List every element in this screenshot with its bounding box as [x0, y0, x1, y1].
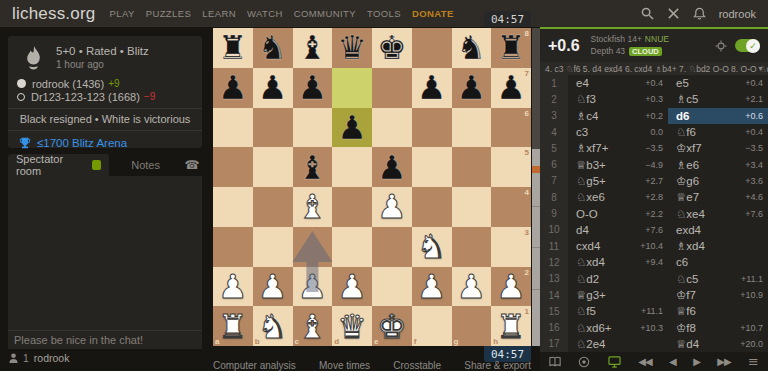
piece-white-knight: ♞ [253, 306, 293, 346]
move-row: 2♘f3+0.3♗c5+2.1 [540, 91, 768, 107]
move-number: 4 [540, 124, 568, 140]
move-row: 6♕b3+−4.9♗e6+3.4 [540, 156, 768, 172]
black-move-10[interactable]: exd4 [668, 222, 768, 238]
move-eval: 0.0 [650, 127, 663, 137]
move-row: 16♘xd6++10.3♔f8+10.7 [540, 319, 768, 335]
move-list: 1e4+0.4e5+0.42♘f3+0.3♗c5+2.13♗c4+0.2d6+0… [540, 75, 768, 352]
game-meta-panel: 5+0 • Rated • Blitz 1 hour ago rodrook (… [8, 36, 202, 148]
username[interactable]: rodrook [719, 8, 756, 20]
tournament-link[interactable]: ≤1700 Blitz Arena [19, 137, 193, 149]
square-a1[interactable]: ♜a [213, 306, 253, 346]
square-a4[interactable] [213, 187, 253, 227]
move-number: 7 [540, 173, 568, 189]
tab-notes-label: Notes [131, 159, 160, 171]
game-result: Black resigned • White is victorious [17, 113, 193, 125]
piece-white-rook: ♜ [213, 306, 253, 346]
footer-tab-share-export[interactable]: Share & export [464, 360, 531, 371]
white-move-6[interactable]: ♕b3+−4.9 [568, 156, 668, 172]
move-eval: −3.5 [645, 143, 663, 153]
square-d8[interactable]: ♛ [332, 28, 372, 68]
engine-best-line[interactable]: 4. c3 ♘f6 5. d4 exd4 6. cxd4 ♗b4+ 7. ♘bd… [540, 62, 768, 75]
piece-white-bishop: ♝ [293, 306, 333, 346]
move-eval: +11.1 [741, 274, 763, 284]
piece-white-king: ♚ [372, 306, 412, 346]
move-san: ♕e7 [676, 190, 699, 204]
square-g3[interactable] [452, 227, 492, 267]
coord-rank-8: 8 [525, 29, 529, 38]
piece-black-pawn: ♟ [253, 68, 293, 108]
move-row: 8♘xe6+2.8♕e7+4.6 [540, 189, 768, 205]
piece-black-knight: ♞ [452, 28, 492, 68]
move-number: 3 [540, 108, 568, 124]
eval-gauge [532, 28, 540, 346]
clock-black: 04:57 [484, 11, 531, 27]
square-g2[interactable]: ♟ [452, 267, 492, 307]
go-next-icon[interactable]: ▶ [693, 356, 700, 367]
gauge-line [532, 289, 540, 290]
move-eval: +0.4 [745, 78, 763, 88]
white-move-15[interactable]: ♘f5+11.1 [568, 303, 668, 319]
piece-black-pawn: ♟ [491, 68, 531, 108]
square-e7[interactable] [372, 68, 412, 108]
move-row: 15♘f5+11.1♕f6 [540, 303, 768, 319]
move-san: cxd4 [576, 240, 600, 252]
coord-rank-3: 3 [525, 228, 529, 237]
move-row: 13♘d2♘c5+11.1 [540, 271, 768, 287]
square-d6[interactable]: ♟ [332, 108, 372, 148]
move-san: ♕g3+ [576, 288, 606, 302]
move-san: ♔xf7 [676, 141, 702, 155]
chat-members: 1 rodrook [9, 352, 69, 364]
blitz-flame-icon [25, 46, 42, 70]
square-f1[interactable]: f [412, 306, 452, 346]
square-b8[interactable]: ♞ [253, 28, 293, 68]
square-g4[interactable] [452, 187, 492, 227]
go-first-icon[interactable]: ◀◀ [638, 356, 651, 367]
nav-donate[interactable]: DONATE [412, 8, 454, 19]
white-move-7[interactable]: ♘g5++2.7 [568, 173, 668, 189]
player-list: rodrook (1436)+9Dr123-123-123 (1668)−9 [17, 77, 193, 103]
game-time-ago: 1 hour ago [56, 59, 149, 70]
piece-white-knight: ♞ [412, 227, 452, 267]
black-move-9[interactable]: ♘xe4+7.6 [668, 205, 768, 221]
coord-file-f: f [414, 337, 417, 346]
move-number: 11 [540, 238, 568, 254]
chat-toggle[interactable] [92, 160, 101, 170]
square-f6[interactable] [412, 108, 452, 148]
divider [8, 130, 202, 131]
black-move-8[interactable]: ♕e7+4.6 [668, 189, 768, 205]
move-san: d6 [676, 110, 689, 122]
black-move-1[interactable]: e5+0.4 [668, 75, 768, 91]
white-move-11[interactable]: cxd4+10.4 [568, 238, 668, 254]
move-san: e4 [576, 77, 589, 89]
engine-toggle[interactable]: ✓ [735, 39, 760, 52]
best-line-moves: 4. c3 ♘f6 5. d4 exd4 6. cxd4 ♗b4+ 7. ♘bd… [545, 64, 768, 74]
white-move-13[interactable]: ♘d2 [568, 271, 668, 287]
move-eval: +2.1 [745, 94, 763, 104]
move-number: 10 [540, 222, 568, 238]
nav-play[interactable]: PLAY [109, 8, 134, 19]
piece-black-king: ♚ [372, 28, 412, 68]
black-move-14[interactable]: ♔f7+10.9 [668, 287, 768, 303]
piece-white-pawn: ♟ [332, 267, 372, 307]
white-move-8[interactable]: ♘xe6+2.8 [568, 189, 668, 205]
coord-file-h: h [493, 337, 498, 346]
gauge-line [532, 247, 540, 248]
move-san: ♘xd6+ [576, 321, 612, 335]
move-number: 8 [540, 189, 568, 205]
piece-black-rook: ♜ [213, 28, 253, 68]
move-row: 12♘xd4+9.4c6 [540, 254, 768, 270]
move-san: ♔f7 [676, 288, 696, 302]
move-eval: +7.6 [645, 225, 663, 235]
white-move-4[interactable]: c30.0 [568, 124, 668, 140]
piece-black-queen: ♛ [332, 28, 372, 68]
piece-white-rook: ♜ [491, 306, 531, 346]
square-b4[interactable] [253, 187, 293, 227]
square-h8[interactable]: ♜8 [491, 28, 531, 68]
square-h2[interactable]: ♟2 [491, 267, 531, 307]
square-a7[interactable]: ♟ [213, 68, 253, 108]
piece-white-bishop: ♝ [293, 187, 333, 227]
move-eval: +4.6 [745, 192, 763, 202]
move-eval: +0.2 [645, 111, 663, 121]
bell-icon[interactable] [693, 7, 706, 20]
player-name: rodrook (1436) [32, 78, 104, 90]
move-san: ♘f3 [576, 92, 596, 106]
divider [8, 108, 202, 109]
engine-header: +0.6 Stockfish 14+NNUE Depth 43CLOUD ✓ [540, 29, 768, 62]
eval-gauge-zero-tick [532, 166, 540, 173]
move-san: ♗e6 [676, 158, 699, 172]
move-eval: +0.4 [745, 127, 763, 137]
white-piece-color-icon [17, 79, 26, 88]
coord-file-b: b [255, 337, 260, 346]
move-row: 5♗xf7+−3.5♔xf7−3.5 [540, 140, 768, 156]
square-e3[interactable] [372, 227, 412, 267]
footer-tab-move-times[interactable]: Move times [319, 360, 370, 371]
move-eval: +11.1 [641, 306, 663, 316]
move-san: e5 [676, 77, 689, 89]
coord-file-e: e [374, 337, 378, 346]
square-g8[interactable]: ♞ [452, 28, 492, 68]
tournament-name: ≤1700 Blitz Arena [37, 137, 127, 149]
move-eval: +10.9 [740, 290, 763, 300]
square-h5[interactable]: 5 [491, 147, 531, 187]
move-row: 10d4+7.6exd4 [540, 222, 768, 238]
eval-value: +0.6 [548, 37, 580, 55]
tab-spectator-label: Spectator room [16, 153, 85, 177]
black-piece-color-icon [17, 93, 25, 101]
engine-name: Stockfish 14+ [591, 34, 642, 44]
move-number: 5 [540, 140, 568, 156]
black-move-11[interactable]: ♗xd4 [668, 238, 768, 254]
black-move-13[interactable]: ♘c5+11.1 [668, 271, 768, 287]
analysis-panel: +0.6 Stockfish 14+NNUE Depth 43CLOUD ✓ 4… [540, 27, 768, 371]
black-move-17[interactable]: ♕d4+20.0 [668, 336, 768, 352]
move-eval: +2.8 [645, 192, 663, 202]
white-move-12[interactable]: ♘xd4+9.4 [568, 254, 668, 270]
close-icon[interactable] [667, 7, 680, 20]
piece-black-pawn: ♟ [213, 68, 253, 108]
gauge-circle-icon[interactable] [578, 356, 590, 368]
move-row: 11cxd4+10.4♗xd4 [540, 238, 768, 254]
footer-tab-computer-analysis[interactable]: Computer analysis [213, 360, 296, 371]
square-f5[interactable] [412, 147, 452, 187]
black-move-12[interactable]: c6 [668, 254, 768, 270]
square-c1[interactable]: ♝c [293, 306, 333, 346]
coord-rank-6: 6 [525, 109, 529, 118]
black-move-3[interactable]: d6+0.6 [668, 108, 768, 124]
tab-notes[interactable]: Notes [109, 154, 182, 176]
move-number: 12 [540, 254, 568, 270]
move-san: O-O [576, 208, 598, 220]
piece-white-pawn: ♟ [372, 187, 412, 227]
lichess-logo[interactable]: lichess.org [12, 4, 95, 24]
square-c5[interactable]: ♝ [293, 147, 333, 187]
move-san: ♘xd4 [576, 255, 605, 269]
chat-input[interactable] [8, 330, 202, 349]
square-h4[interactable]: 4 [491, 187, 531, 227]
move-san: ♘xe4 [676, 207, 705, 221]
piece-black-bishop: ♝ [293, 147, 333, 187]
square-a3[interactable] [213, 227, 253, 267]
practice-target-icon[interactable] [715, 40, 727, 52]
nav-community[interactable]: COMMUNITY [294, 8, 356, 19]
user-icon [9, 353, 18, 363]
white-move-9[interactable]: O-O+2.2 [568, 205, 668, 221]
square-c6[interactable] [293, 108, 333, 148]
black-move-4[interactable]: ♘f6+0.4 [668, 124, 768, 140]
opening-book-icon[interactable] [549, 356, 561, 367]
square-c8[interactable]: ♝ [293, 28, 333, 68]
white-move-17[interactable]: ♘2e4 [568, 336, 668, 352]
search-icon[interactable] [641, 7, 654, 20]
nav-learn[interactable]: LEARN [202, 8, 236, 19]
square-d5[interactable] [332, 147, 372, 187]
move-eval: −3.5 [745, 143, 763, 153]
square-f2[interactable]: ♟ [412, 267, 452, 307]
move-san: ♔f8 [676, 321, 696, 335]
toggle-check-icon: ✓ [746, 39, 760, 53]
move-san: ♘f5 [576, 304, 596, 318]
chat-tabs: Spectator room Notes ☎ [8, 154, 202, 176]
square-c2[interactable]: ♟ [293, 267, 333, 307]
move-eval: +9.4 [645, 257, 663, 267]
move-san: ♕f6 [676, 304, 696, 318]
phone-icon[interactable]: ☎ [182, 154, 202, 176]
chat-messages [8, 176, 202, 330]
move-san: c6 [676, 256, 688, 268]
move-eval: +10.4 [640, 241, 663, 251]
player-name: Dr123-123-123 (1668) [31, 91, 140, 103]
coord-rank-7: 7 [525, 69, 529, 78]
move-san: ♘c5 [676, 272, 698, 286]
square-a2[interactable]: ♟ [213, 267, 253, 307]
square-d2[interactable]: ♟ [332, 267, 372, 307]
square-g1[interactable]: g [452, 306, 492, 346]
top-nav: lichess.org PLAYPUZZLESLEARNWATCHCOMMUNI… [0, 0, 768, 27]
move-san: ♘g5+ [576, 174, 606, 188]
board-footer-tabs: Computer analysisMove timesCrosstableSha… [213, 360, 531, 371]
move-number: 1 [540, 75, 568, 91]
black-move-16[interactable]: ♔f8+10.7 [668, 319, 768, 335]
square-d1[interactable]: ♛d [332, 306, 372, 346]
white-move-10[interactable]: d4+7.6 [568, 222, 668, 238]
square-g7[interactable]: ♟ [452, 68, 492, 108]
action-menu-icon[interactable]: ≡ [748, 354, 759, 369]
black-move-6[interactable]: ♗e6+3.4 [668, 156, 768, 172]
square-d3[interactable] [332, 227, 372, 267]
piece-white-queen: ♛ [332, 306, 372, 346]
lichess-app: lichess.org PLAYPUZZLESLEARNWATCHCOMMUNI… [0, 0, 768, 371]
coord-file-c: c [295, 337, 299, 346]
player-white[interactable]: rodrook (1436)+9 [17, 77, 193, 90]
square-a6[interactable] [213, 108, 253, 148]
move-eval: +10.3 [640, 323, 663, 333]
white-move-5[interactable]: ♗xf7+−3.5 [568, 140, 668, 156]
move-san: ♗xd4 [676, 239, 705, 253]
move-row: 7♘g5++2.7♔g6+3.6 [540, 173, 768, 189]
move-san: ♕b3+ [576, 158, 606, 172]
analysis-controls: ◀◀ ◀ ▶ ▶▶ ≡ [540, 352, 768, 371]
piece-black-pawn: ♟ [452, 68, 492, 108]
square-e4[interactable]: ♟ [372, 187, 412, 227]
move-san: ♕d4 [676, 337, 699, 351]
square-f7[interactable]: ♟ [412, 68, 452, 108]
move-san: exd4 [676, 224, 701, 236]
square-f8[interactable] [412, 28, 452, 68]
piece-black-knight: ♞ [253, 28, 293, 68]
move-number: 15 [540, 303, 568, 319]
square-a5[interactable] [213, 147, 253, 187]
square-h7[interactable]: ♟7 [491, 68, 531, 108]
white-move-14[interactable]: ♕g3+ [568, 287, 668, 303]
move-eval: −4.9 [645, 160, 663, 170]
square-b6[interactable] [253, 108, 293, 148]
black-move-7[interactable]: ♔g6+3.6 [668, 173, 768, 189]
square-e6[interactable] [372, 108, 412, 148]
piece-white-pawn: ♟ [491, 267, 531, 307]
square-a8[interactable]: ♜ [213, 28, 253, 68]
piece-black-rook: ♜ [491, 28, 531, 68]
move-eval: +0.4 [645, 78, 663, 88]
nav-puzzles[interactable]: PUZZLES [146, 8, 192, 19]
coord-file-d: d [334, 337, 339, 346]
coord-rank-4: 4 [525, 188, 529, 197]
cloud-badge: CLOUD [629, 47, 662, 56]
move-san: ♗c4 [576, 109, 598, 123]
piece-white-pawn: ♟ [293, 267, 333, 307]
rating-delta: −9 [144, 91, 155, 102]
white-move-2[interactable]: ♘f3+0.3 [568, 91, 668, 107]
square-g5[interactable] [452, 147, 492, 187]
move-san: ♘d2 [576, 272, 599, 286]
square-b1[interactable]: ♞b [253, 306, 293, 346]
gauge-line [532, 206, 540, 207]
black-move-5[interactable]: ♔xf7−3.5 [668, 140, 768, 156]
game-setup: 5+0 • Rated • Blitz [56, 45, 149, 57]
black-move-15[interactable]: ♕f6 [668, 303, 768, 319]
square-f4[interactable] [412, 187, 452, 227]
move-row: 1e4+0.4e5+0.4 [540, 75, 768, 91]
move-san: c3 [576, 126, 588, 138]
go-last-icon[interactable]: ▶▶ [717, 356, 730, 367]
engine-depth: Depth 43 [591, 46, 626, 56]
move-number: 14 [540, 287, 568, 303]
square-b3[interactable] [253, 227, 293, 267]
move-san: ♔g6 [676, 174, 699, 188]
square-b7[interactable]: ♟ [253, 68, 293, 108]
square-c7[interactable]: ♟ [293, 68, 333, 108]
square-c4[interactable]: ♝ [293, 187, 333, 227]
computer-analysis-icon[interactable] [608, 356, 621, 368]
main-nav: PLAYPUZZLESLEARNWATCHCOMMUNITYTOOLSDONAT… [109, 8, 453, 19]
square-h6[interactable]: 6 [491, 108, 531, 148]
nav-watch[interactable]: WATCH [247, 8, 283, 19]
move-eval: +2.7 [645, 176, 663, 186]
move-eval: +3.6 [745, 176, 763, 186]
move-row: 9O-O+2.2♘xe4+7.6 [540, 205, 768, 221]
square-b5[interactable] [253, 147, 293, 187]
square-d7[interactable] [332, 68, 372, 108]
square-h1[interactable]: ♜1h [491, 306, 531, 346]
piece-black-bishop: ♝ [293, 28, 333, 68]
square-h3[interactable]: 3 [491, 227, 531, 267]
coord-file-a: a [215, 337, 219, 346]
eval-gauge-black-part [532, 28, 540, 149]
square-e2[interactable] [372, 267, 412, 307]
player-black[interactable]: Dr123-123-123 (1668)−9 [17, 90, 193, 103]
square-b2[interactable]: ♟ [253, 267, 293, 307]
trophy-icon [19, 137, 31, 149]
tab-spectator-room[interactable]: Spectator room [8, 154, 109, 176]
member-count: 1 [23, 352, 29, 364]
move-number: 9 [540, 205, 568, 221]
member-name[interactable]: rodrook [34, 352, 70, 364]
square-c3[interactable] [293, 227, 333, 267]
white-move-1[interactable]: e4+0.4 [568, 75, 668, 91]
move-san: ♗xf7+ [576, 141, 608, 155]
coord-rank-2: 2 [525, 268, 529, 277]
piece-black-pawn: ♟ [372, 147, 412, 187]
move-row: 17♘2e4♕d4+20.0 [540, 336, 768, 352]
white-move-16[interactable]: ♘xd6++10.3 [568, 319, 668, 335]
square-g6[interactable] [452, 108, 492, 148]
nav-tools[interactable]: TOOLS [367, 8, 401, 19]
square-e5[interactable]: ♟ [372, 147, 412, 187]
square-e1[interactable]: ♚e [372, 306, 412, 346]
coord-rank-1: 1 [525, 307, 529, 316]
square-e8[interactable]: ♚ [372, 28, 412, 68]
move-number: 6 [540, 156, 568, 172]
move-number: 17 [540, 336, 568, 352]
move-san: ♗c5 [676, 92, 698, 106]
move-san: d4 [576, 224, 589, 236]
square-f3[interactable]: ♞ [412, 227, 452, 267]
move-eval: +10.7 [740, 323, 763, 333]
white-move-3[interactable]: ♗c4+0.2 [568, 108, 668, 124]
coord-file-g: g [454, 337, 459, 346]
go-prev-icon[interactable]: ◀ [669, 356, 676, 367]
square-d4[interactable] [332, 187, 372, 227]
black-move-2[interactable]: ♗c5+2.1 [668, 91, 768, 107]
chess-board: ♜♞♝♛♚♞♜8♟♟♟♟♟♟7♟6♝♟5♝♟4♞3♟♟♟♟♟♟♟2♜a♞b♝c♛… [213, 28, 531, 346]
move-number: 16 [540, 319, 568, 335]
footer-tab-crosstable[interactable]: Crosstable [393, 360, 441, 371]
expand-caret-icon[interactable]: ▼ [757, 65, 764, 72]
